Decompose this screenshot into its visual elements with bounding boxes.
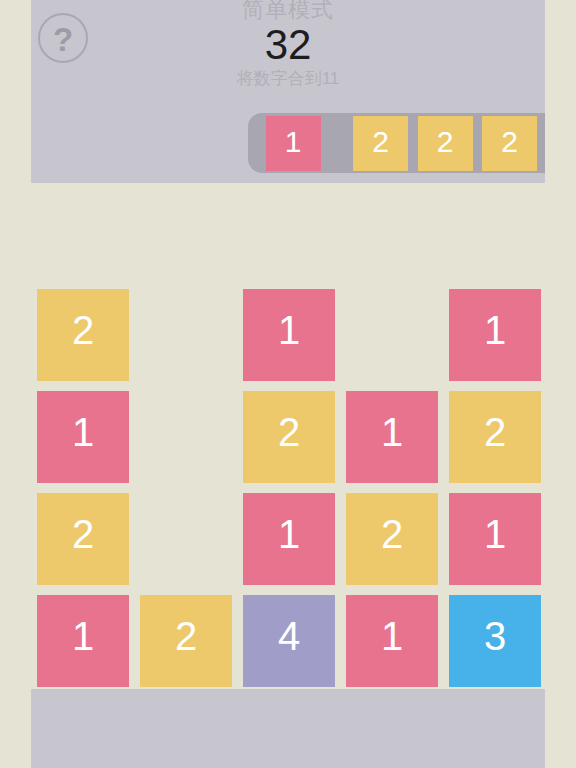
tile-value: 1 [381, 614, 403, 659]
board-tile-r2c4[interactable]: 1 [346, 391, 438, 483]
queue-tile-2: 2 [418, 116, 473, 171]
bottom-bar [31, 689, 545, 768]
board-tile-r2c3[interactable]: 2 [243, 391, 335, 483]
board-tile-r3c1[interactable]: 2 [37, 493, 129, 585]
board-tile-r4c4[interactable]: 1 [346, 595, 438, 687]
tile-value: 2 [372, 125, 389, 159]
tile-value: 1 [278, 308, 300, 353]
board-tile-r3c3[interactable]: 1 [243, 493, 335, 585]
mode-title: 简单模式 [31, 0, 545, 22]
board-tile-r4c3[interactable]: 4 [243, 595, 335, 687]
board-tile-r1c1[interactable]: 2 [37, 289, 129, 381]
board-tile-r1c5[interactable]: 1 [449, 289, 541, 381]
tile-value: 2 [278, 410, 300, 455]
tile-value: 1 [72, 410, 94, 455]
tile-value: 1 [484, 308, 506, 353]
board-tile-r1c3[interactable]: 1 [243, 289, 335, 381]
tile-value: 2 [501, 125, 518, 159]
tile-value: 3 [484, 614, 506, 659]
tile-value: 2 [175, 614, 197, 659]
next-tile-tray: 1222 [248, 113, 545, 173]
board-tile-r2c5[interactable]: 2 [449, 391, 541, 483]
board-tile-r3c5[interactable]: 1 [449, 493, 541, 585]
board-tile-r3c4[interactable]: 2 [346, 493, 438, 585]
tile-value: 1 [278, 512, 300, 557]
board-tile-r4c5[interactable]: 3 [449, 595, 541, 687]
board-tile-r2c1[interactable]: 1 [37, 391, 129, 483]
tile-value: 2 [72, 308, 94, 353]
queue-tile-3: 2 [482, 116, 537, 171]
tile-value: 1 [381, 410, 403, 455]
tile-value: 2 [72, 512, 94, 557]
game-screen: ? 简单模式 32 将数字合到11 1222 2111212212112413 [0, 0, 576, 768]
tile-value: 4 [278, 614, 300, 659]
queue-tile-1: 2 [353, 116, 408, 171]
tile-value: 1 [285, 125, 302, 159]
score-value: 32 [31, 22, 545, 68]
tile-value: 1 [484, 512, 506, 557]
tile-value: 2 [381, 512, 403, 557]
goal-subtitle: 将数字合到11 [31, 67, 545, 91]
board-tile-r4c2[interactable]: 2 [140, 595, 232, 687]
tile-value: 2 [437, 125, 454, 159]
tile-value: 1 [72, 614, 94, 659]
next-tile: 1 [266, 116, 321, 171]
tile-value: 2 [484, 410, 506, 455]
board-tile-r4c1[interactable]: 1 [37, 595, 129, 687]
top-bar: ? 简单模式 32 将数字合到11 1222 [31, 0, 545, 183]
